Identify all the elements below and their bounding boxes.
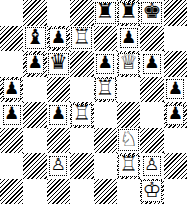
square-d4[interactable]: ♖ (70, 102, 93, 128)
square-e4[interactable] (94, 102, 117, 128)
square-a1[interactable] (0, 179, 23, 205)
square-a2[interactable] (0, 153, 23, 179)
square-a4[interactable]: ♟ (0, 102, 23, 128)
square-c5[interactable] (47, 77, 70, 103)
square-a6[interactable] (0, 51, 23, 77)
square-d5[interactable] (70, 77, 93, 103)
square-g8[interactable]: ♚ (140, 0, 163, 26)
square-f3[interactable]: ♘ (117, 128, 140, 154)
white-pawn[interactable]: ♙ (49, 156, 67, 176)
square-b6[interactable]: ♟ (23, 51, 46, 77)
square-h1[interactable] (164, 179, 187, 205)
square-d8[interactable] (70, 0, 93, 26)
black-pawn-icon: ♟ (121, 29, 136, 46)
square-e1[interactable] (94, 179, 117, 205)
black-bishop[interactable]: ♝ (25, 27, 46, 49)
square-g4[interactable] (140, 102, 163, 128)
white-king-icon: ♔ (143, 180, 162, 201)
black-pawn[interactable]: ♟ (49, 105, 67, 125)
square-c6[interactable]: ♛ (47, 51, 70, 77)
black-pawn-icon: ♟ (168, 105, 183, 122)
white-pawn[interactable]: ♙ (143, 156, 161, 176)
black-pawn[interactable]: ♟ (3, 105, 21, 125)
black-rook[interactable]: ♜ (95, 2, 116, 24)
square-d2[interactable] (70, 153, 93, 179)
square-c8[interactable] (47, 0, 70, 26)
square-b1[interactable] (23, 179, 46, 205)
white-knight-icon: ♘ (119, 129, 138, 150)
black-pawn[interactable]: ♟ (26, 54, 44, 74)
square-f8[interactable]: ♜ (117, 0, 140, 26)
black-pawn[interactable]: ♟ (120, 28, 138, 48)
white-rook-icon: ♖ (72, 103, 91, 124)
black-pawn-icon: ♟ (4, 105, 19, 122)
square-c2[interactable]: ♙ (47, 153, 70, 179)
white-pawn-icon: ♙ (51, 156, 66, 173)
chess-app-window: ♜♜♚♝♟♖♟♟♛♟♕♟♟♖♟♟♟♖♟♘♙♖♙♔ (0, 0, 187, 204)
white-rook-icon: ♖ (72, 27, 91, 48)
square-h4[interactable]: ♟ (164, 102, 187, 128)
square-c4[interactable]: ♟ (47, 102, 70, 128)
black-queen[interactable]: ♛ (48, 53, 69, 75)
square-f6[interactable]: ♕ (117, 51, 140, 77)
square-h6[interactable] (164, 51, 187, 77)
white-queen-icon: ♕ (119, 52, 138, 73)
square-f7[interactable]: ♟ (117, 26, 140, 52)
white-rook-icon: ♖ (119, 154, 138, 175)
square-b4[interactable] (23, 102, 46, 128)
black-king[interactable]: ♚ (141, 2, 162, 24)
square-d7[interactable]: ♖ (70, 26, 93, 52)
square-e7[interactable] (94, 26, 117, 52)
square-g2[interactable]: ♙ (140, 153, 163, 179)
square-c3[interactable] (47, 128, 70, 154)
white-pawn-icon: ♙ (144, 156, 159, 173)
square-d3[interactable] (70, 128, 93, 154)
white-queen[interactable]: ♕ (118, 53, 139, 75)
square-f4[interactable] (117, 102, 140, 128)
square-b8[interactable] (23, 0, 46, 26)
square-h8[interactable] (164, 0, 187, 26)
black-pawn[interactable]: ♟ (49, 28, 67, 48)
white-knight[interactable]: ♘ (118, 129, 139, 151)
square-g1[interactable]: ♔ (140, 179, 163, 205)
black-pawn-icon: ♟ (168, 80, 183, 97)
black-pawn-icon: ♟ (51, 105, 66, 122)
black-rook-icon: ♜ (119, 1, 138, 22)
square-h3[interactable] (164, 128, 187, 154)
black-pawn-icon: ♟ (98, 54, 113, 71)
white-rook[interactable]: ♖ (71, 104, 92, 126)
black-queen-icon: ♛ (49, 52, 68, 73)
black-pawn[interactable]: ♟ (143, 54, 161, 74)
white-king[interactable]: ♔ (141, 180, 162, 202)
square-c7[interactable]: ♟ (47, 26, 70, 52)
square-g5[interactable] (140, 77, 163, 103)
square-h5[interactable]: ♟ (164, 77, 187, 103)
square-f5[interactable] (117, 77, 140, 103)
black-pawn-icon: ♟ (4, 80, 19, 97)
square-b2[interactable] (23, 153, 46, 179)
square-h2[interactable] (164, 153, 187, 179)
square-h7[interactable] (164, 26, 187, 52)
square-a3[interactable] (0, 128, 23, 154)
black-bishop-icon: ♝ (26, 27, 45, 48)
square-g3[interactable] (140, 128, 163, 154)
square-d6[interactable] (70, 51, 93, 77)
white-rook[interactable]: ♖ (71, 27, 92, 49)
black-rook-icon: ♜ (96, 1, 115, 22)
square-e5[interactable]: ♖ (94, 77, 117, 103)
square-g7[interactable] (140, 26, 163, 52)
black-king-icon: ♚ (143, 1, 162, 22)
square-f2[interactable]: ♖ (117, 153, 140, 179)
square-a8[interactable] (0, 0, 23, 26)
white-rook-icon: ♖ (96, 78, 115, 99)
black-pawn[interactable]: ♟ (96, 54, 114, 74)
square-a5[interactable]: ♟ (0, 77, 23, 103)
square-b5[interactable] (23, 77, 46, 103)
black-pawn-icon: ♟ (27, 54, 42, 71)
black-pawn[interactable]: ♟ (166, 105, 184, 125)
square-f1[interactable] (117, 179, 140, 205)
black-pawn[interactable]: ♟ (166, 79, 184, 99)
black-pawn[interactable]: ♟ (3, 79, 21, 99)
square-b7[interactable]: ♝ (23, 26, 46, 52)
square-d1[interactable] (70, 179, 93, 205)
square-e2[interactable] (94, 153, 117, 179)
square-e8[interactable]: ♜ (94, 0, 117, 26)
white-rook[interactable]: ♖ (95, 78, 116, 100)
square-c1[interactable] (47, 179, 70, 205)
square-g6[interactable]: ♟ (140, 51, 163, 77)
white-rook[interactable]: ♖ (118, 155, 139, 177)
chess-board: ♜♜♚♝♟♖♟♟♛♟♕♟♟♖♟♟♟♖♟♘♙♖♙♔ (0, 0, 187, 204)
square-e3[interactable] (94, 128, 117, 154)
black-rook[interactable]: ♜ (118, 2, 139, 24)
square-e6[interactable]: ♟ (94, 51, 117, 77)
black-pawn-icon: ♟ (51, 29, 66, 46)
square-b3[interactable] (23, 128, 46, 154)
black-pawn-icon: ♟ (144, 54, 159, 71)
square-a7[interactable] (0, 26, 23, 52)
